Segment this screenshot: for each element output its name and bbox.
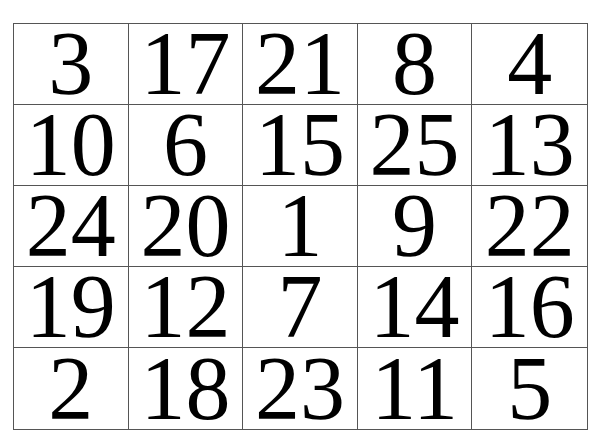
grid-cell-r5c2[interactable]: 18 (129, 348, 244, 429)
grid-cell-r4c4[interactable]: 14 (358, 267, 473, 348)
grid-cell-r2c2[interactable]: 6 (129, 105, 244, 186)
grid-cell-r4c3[interactable]: 7 (243, 267, 358, 348)
number-grid: 3172184106152513242019221912714162182311… (13, 23, 588, 430)
grid-cell-r1c1[interactable]: 3 (14, 24, 129, 105)
grid-cell-r5c4[interactable]: 11 (358, 348, 473, 429)
grid-cell-r1c2[interactable]: 17 (129, 24, 244, 105)
grid-cell-r3c3[interactable]: 1 (243, 186, 358, 267)
grid-cell-r1c3[interactable]: 21 (243, 24, 358, 105)
grid-cell-r2c3[interactable]: 15 (243, 105, 358, 186)
grid-cell-r2c5[interactable]: 13 (472, 105, 587, 186)
grid-cell-r3c1[interactable]: 24 (14, 186, 129, 267)
grid-cell-r3c5[interactable]: 22 (472, 186, 587, 267)
grid-cell-r4c2[interactable]: 12 (129, 267, 244, 348)
grid-cell-r1c5[interactable]: 4 (472, 24, 587, 105)
grid-cell-r5c1[interactable]: 2 (14, 348, 129, 429)
grid-cell-r2c4[interactable]: 25 (358, 105, 473, 186)
grid-cell-r4c5[interactable]: 16 (472, 267, 587, 348)
grid-cell-r4c1[interactable]: 19 (14, 267, 129, 348)
page: 3172184106152513242019221912714162182311… (0, 0, 602, 448)
grid-cell-r5c5[interactable]: 5 (472, 348, 587, 429)
grid-cell-r3c2[interactable]: 20 (129, 186, 244, 267)
grid-cell-r3c4[interactable]: 9 (358, 186, 473, 267)
grid-cell-r2c1[interactable]: 10 (14, 105, 129, 186)
grid-cell-r1c4[interactable]: 8 (358, 24, 473, 105)
grid-cell-r5c3[interactable]: 23 (243, 348, 358, 429)
